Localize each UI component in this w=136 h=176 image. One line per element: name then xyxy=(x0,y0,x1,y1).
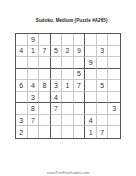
sudoku-cell-r4c7 xyxy=(85,69,97,81)
sudoku-cell-r4c5 xyxy=(62,69,74,81)
sudoku-cell-r1c1 xyxy=(16,34,28,46)
sudoku-cell-r5c3: 8 xyxy=(39,80,51,92)
sudoku-cell-r1c7 xyxy=(85,34,97,46)
sudoku-cell-r2c7 xyxy=(85,46,97,58)
sudoku-cell-r3c7: 9 xyxy=(85,57,97,69)
sudoku-cell-r1c6 xyxy=(74,34,86,46)
sudoku-cell-r8c9 xyxy=(108,115,120,127)
sudoku-cell-r8c5 xyxy=(62,115,74,127)
sudoku-cell-r4c1 xyxy=(16,69,28,81)
sudoku-cell-r2c1: 4 xyxy=(16,46,28,58)
sudoku-cell-r4c8 xyxy=(97,69,109,81)
sudoku-cell-r3c3 xyxy=(39,57,51,69)
sudoku-cell-r4c3 xyxy=(39,69,51,81)
sudoku-cell-r3c4 xyxy=(51,57,63,69)
sudoku-cell-r2c6: 9 xyxy=(74,46,86,58)
sudoku-cell-r3c2 xyxy=(28,57,40,69)
sudoku-cell-r5c7 xyxy=(85,80,97,92)
sudoku-cell-r1c4 xyxy=(51,34,63,46)
sudoku-cell-r6c2: 3 xyxy=(28,92,40,104)
sudoku-page: Sudoku, Medium (Puzzle #A265) 9417529395… xyxy=(0,0,136,176)
sudoku-cell-r1c5 xyxy=(62,34,74,46)
sudoku-cell-r2c4: 5 xyxy=(51,46,63,58)
sudoku-cell-r1c2: 9 xyxy=(28,34,40,46)
sudoku-cell-r3c9 xyxy=(108,57,120,69)
sudoku-cell-r5c8: 5 xyxy=(97,80,109,92)
sudoku-cell-r6c8 xyxy=(97,92,109,104)
sudoku-cell-r6c9 xyxy=(108,92,120,104)
sudoku-cell-r2c2: 1 xyxy=(28,46,40,58)
sudoku-cell-r7c1 xyxy=(16,103,28,115)
sudoku-cell-r5c1: 6 xyxy=(16,80,28,92)
sudoku-cell-r3c8 xyxy=(97,57,109,69)
sudoku-cell-r8c4 xyxy=(51,115,63,127)
sudoku-cell-r2c9 xyxy=(108,46,120,58)
sudoku-cell-r7c6 xyxy=(74,103,86,115)
sudoku-cell-r9c1: 2 xyxy=(16,126,28,138)
sudoku-cell-r7c5 xyxy=(62,103,74,115)
sudoku-board: 9417529395648317534873374217 xyxy=(15,33,121,139)
sudoku-cell-r7c8 xyxy=(97,103,109,115)
sudoku-cell-r3c1 xyxy=(16,57,28,69)
sudoku-cell-r3c6 xyxy=(74,57,86,69)
sudoku-cell-r5c9 xyxy=(108,80,120,92)
sudoku-cell-r7c3 xyxy=(39,103,51,115)
sudoku-cell-r4c4 xyxy=(51,69,63,81)
sudoku-cell-r9c2 xyxy=(28,126,40,138)
page-title-text: Sudoku, Medium (Puzzle #A265) xyxy=(36,18,108,23)
sudoku-cell-r6c5 xyxy=(62,92,74,104)
sudoku-cell-r4c2 xyxy=(28,69,40,81)
footer-url: www.PrintFreeSudoku.com xyxy=(47,171,89,175)
sudoku-cell-r1c9 xyxy=(108,34,120,46)
sudoku-cell-r8c8 xyxy=(97,115,109,127)
sudoku-cell-r9c3 xyxy=(39,126,51,138)
sudoku-cell-r9c8: 7 xyxy=(97,126,109,138)
sudoku-cell-r6c7 xyxy=(85,92,97,104)
sudoku-cell-r5c5: 1 xyxy=(62,80,74,92)
sudoku-cell-r5c4: 3 xyxy=(51,80,63,92)
sudoku-cell-r4c6: 5 xyxy=(74,69,86,81)
sudoku-cell-r5c2: 4 xyxy=(28,80,40,92)
sudoku-cell-r9c5 xyxy=(62,126,74,138)
sudoku-cell-r9c9 xyxy=(108,126,120,138)
page-footer: www.PrintFreeSudoku.com xyxy=(0,163,136,176)
sudoku-cell-r6c6 xyxy=(74,92,86,104)
sudoku-cell-r9c4 xyxy=(51,126,63,138)
sudoku-cell-r6c1 xyxy=(16,92,28,104)
sudoku-cell-r7c7 xyxy=(85,103,97,115)
sudoku-cell-r8c3 xyxy=(39,115,51,127)
sudoku-cell-r3c5 xyxy=(62,57,74,69)
sudoku-cell-r7c4: 7 xyxy=(51,103,63,115)
sudoku-cell-r1c3 xyxy=(39,34,51,46)
sudoku-cell-r1c8 xyxy=(97,34,109,46)
sudoku-cell-r8c6 xyxy=(74,115,86,127)
sudoku-cell-r8c2: 7 xyxy=(28,115,40,127)
sudoku-cell-r9c6 xyxy=(74,126,86,138)
sudoku-cell-r7c9: 3 xyxy=(108,103,120,115)
sudoku-cell-r8c7: 4 xyxy=(85,115,97,127)
page-title: Sudoku, Medium (Puzzle #A265) xyxy=(0,12,136,30)
sudoku-cell-r4c9 xyxy=(108,69,120,81)
sudoku-cell-r7c2: 8 xyxy=(28,103,40,115)
sudoku-cell-r2c3: 7 xyxy=(39,46,51,58)
sudoku-cell-r6c4: 4 xyxy=(51,92,63,104)
sudoku-cell-r9c7: 1 xyxy=(85,126,97,138)
sudoku-cell-r5c6: 7 xyxy=(74,80,86,92)
sudoku-cell-r2c8: 3 xyxy=(97,46,109,58)
sudoku-cell-r2c5: 2 xyxy=(62,46,74,58)
sudoku-cell-r6c3 xyxy=(39,92,51,104)
sudoku-cell-r8c1: 3 xyxy=(16,115,28,127)
